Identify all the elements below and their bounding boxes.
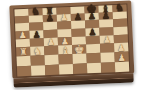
board-square[interactable]	[17, 65, 31, 76]
chess-board-box: ♞♜♚♝♞♟♟♟♟♟♟♟♟♟♟♟♜♞♝♚♟♟	[9, 0, 134, 87]
board-frame: ♞♜♚♝♞♟♟♟♟♟♟♟♟♟♟♟♜♞♝♚♟♟	[9, 0, 134, 78]
board-square[interactable]	[101, 62, 115, 73]
board-square[interactable]	[115, 61, 129, 72]
board-square[interactable]	[59, 63, 73, 74]
chess-board: ♞♜♚♝♞♟♟♟♟♟♟♟♟♟♟♟♜♞♝♚♟♟	[14, 5, 129, 76]
board-square[interactable]	[31, 65, 45, 76]
board-square[interactable]	[45, 64, 59, 75]
board-square[interactable]	[87, 62, 101, 73]
chess-set-photo: ♞♜♚♝♞♟♟♟♟♟♟♟♟♟♟♟♜♞♝♚♟♟	[0, 0, 150, 90]
board-square[interactable]	[73, 63, 87, 74]
